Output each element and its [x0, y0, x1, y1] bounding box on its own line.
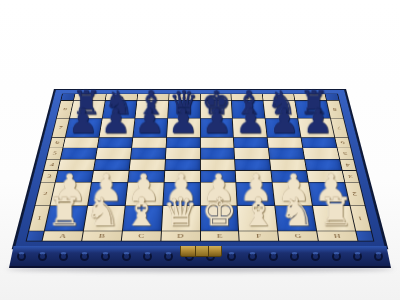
square-e7[interactable]: ♟	[200, 119, 233, 138]
carved-swirl	[290, 252, 299, 261]
square-h6[interactable]	[302, 138, 337, 148]
white-knight-g1[interactable]: ♞	[279, 192, 314, 231]
blue-pawn-h7[interactable]: ♟	[302, 104, 332, 138]
rank-label: 6	[340, 141, 345, 145]
product-photo-scene: ABCDEFGH8♜♞♝♛♚♝♞♜87♟♟♟♟♟♟♟♟7665544332♟♟♟…	[0, 0, 400, 300]
carved-swirl	[311, 252, 320, 261]
square-b7[interactable]: ♟	[99, 119, 134, 138]
square-a1[interactable]: ♜	[45, 206, 87, 231]
file-label: E	[217, 233, 223, 239]
carved-swirl	[143, 252, 152, 261]
square-g6[interactable]	[268, 138, 303, 148]
square-h7[interactable]: ♟	[298, 119, 334, 138]
white-rook-a1[interactable]: ♜	[47, 192, 82, 231]
file-label: G	[294, 233, 301, 239]
rank-label: 5	[52, 151, 57, 155]
carved-swirl	[59, 252, 68, 261]
board-grid: ABCDEFGH8♜♞♝♛♚♝♞♜87♟♟♟♟♟♟♟♟7665544332♟♟♟…	[26, 94, 375, 242]
rank-label: 8	[333, 107, 338, 111]
white-bishop-f1[interactable]: ♝	[241, 192, 276, 231]
carved-swirl	[227, 252, 236, 261]
file-label-cell: H	[317, 231, 357, 241]
square-f5[interactable]	[235, 148, 270, 158]
file-label: A	[59, 233, 67, 239]
carved-swirl	[269, 252, 278, 261]
latch-clasp[interactable]	[195, 245, 209, 257]
square-d7[interactable]: ♟	[167, 119, 200, 138]
chessboard: ABCDEFGH8♜♞♝♛♚♝♞♜87♟♟♟♟♟♟♟♟7665544332♟♟♟…	[14, 90, 386, 248]
square-a5[interactable]	[61, 148, 97, 158]
square-g5[interactable]	[269, 148, 304, 158]
blue-pawn-c7[interactable]: ♟	[135, 104, 165, 138]
blue-pawn-e7[interactable]: ♟	[202, 104, 232, 138]
square-g7[interactable]: ♟	[266, 119, 301, 138]
rank-label: 1	[37, 215, 43, 220]
square-e1[interactable]: ♚	[200, 206, 238, 231]
rank-label: 7	[337, 126, 342, 130]
square-h5[interactable]	[303, 148, 339, 158]
carved-swirl	[38, 252, 47, 261]
white-king-e1[interactable]: ♚	[202, 192, 237, 231]
file-label-cell: G	[278, 231, 318, 241]
blue-pawn-g7[interactable]: ♟	[269, 104, 299, 138]
file-label-cell: C	[122, 231, 161, 241]
white-knight-b1[interactable]: ♞	[86, 192, 121, 231]
corner-cell	[27, 231, 44, 241]
file-label-cell: A	[43, 231, 83, 241]
file-label: F	[256, 233, 261, 239]
white-queen-d1[interactable]: ♛	[163, 192, 198, 231]
carved-swirl	[332, 252, 341, 261]
box-front-edge	[9, 246, 391, 268]
square-b5[interactable]	[96, 148, 131, 158]
file-label: D	[177, 233, 184, 239]
file-label: B	[99, 233, 106, 239]
square-c5[interactable]	[131, 148, 166, 158]
corner-cell	[356, 231, 373, 241]
file-label: C	[138, 233, 144, 239]
rank-label: 3	[348, 174, 353, 179]
square-e6[interactable]	[200, 138, 233, 148]
square-h1[interactable]: ♜	[313, 206, 355, 231]
square-d1[interactable]: ♛	[162, 206, 200, 231]
square-e5[interactable]	[200, 148, 234, 158]
square-a7[interactable]: ♟	[66, 119, 102, 138]
white-bishop-c1[interactable]: ♝	[124, 192, 159, 231]
white-rook-h1[interactable]: ♜	[318, 192, 353, 231]
square-d6[interactable]	[166, 138, 199, 148]
carved-swirl	[122, 252, 131, 261]
square-g1[interactable]: ♞	[276, 206, 317, 231]
blue-pawn-f7[interactable]: ♟	[235, 104, 265, 138]
square-b1[interactable]: ♞	[84, 206, 125, 231]
file-label-cell: E	[200, 231, 238, 241]
rank-label-cell: 6	[335, 138, 350, 148]
carved-swirl	[353, 252, 362, 261]
rank-label: 1	[358, 215, 364, 220]
rank-label: 8	[63, 107, 68, 111]
blue-pawn-d7[interactable]: ♟	[168, 104, 198, 138]
file-label: H	[333, 233, 341, 239]
carved-swirl	[248, 252, 257, 261]
rank-label-cell: 5	[338, 148, 353, 158]
square-f7[interactable]: ♟	[233, 119, 267, 138]
blue-pawn-a7[interactable]: ♟	[67, 104, 97, 138]
carved-swirl	[164, 252, 173, 261]
carved-swirl	[101, 252, 110, 261]
square-c7[interactable]: ♟	[133, 119, 167, 138]
square-d5[interactable]	[166, 148, 200, 158]
rank-label: 5	[343, 151, 348, 155]
file-label-cell: D	[161, 231, 199, 241]
file-label-cell: F	[239, 231, 278, 241]
blue-pawn-b7[interactable]: ♟	[101, 104, 131, 138]
square-c6[interactable]	[132, 138, 166, 148]
rank-label: 3	[47, 174, 52, 179]
square-b6[interactable]	[98, 138, 133, 148]
square-f6[interactable]	[234, 138, 268, 148]
square-f1[interactable]: ♝	[238, 206, 277, 231]
carved-swirl	[80, 252, 89, 261]
square-a6[interactable]	[63, 138, 98, 148]
carved-swirl	[374, 252, 383, 261]
rank-label: 7	[58, 126, 63, 130]
board-frame: ABCDEFGH8♜♞♝♛♚♝♞♜87♟♟♟♟♟♟♟♟7665544332♟♟♟…	[14, 90, 386, 248]
rank-label: 6	[55, 141, 60, 145]
carved-swirl	[17, 252, 26, 261]
file-label-cell: B	[82, 231, 122, 241]
square-c1[interactable]: ♝	[123, 206, 162, 231]
